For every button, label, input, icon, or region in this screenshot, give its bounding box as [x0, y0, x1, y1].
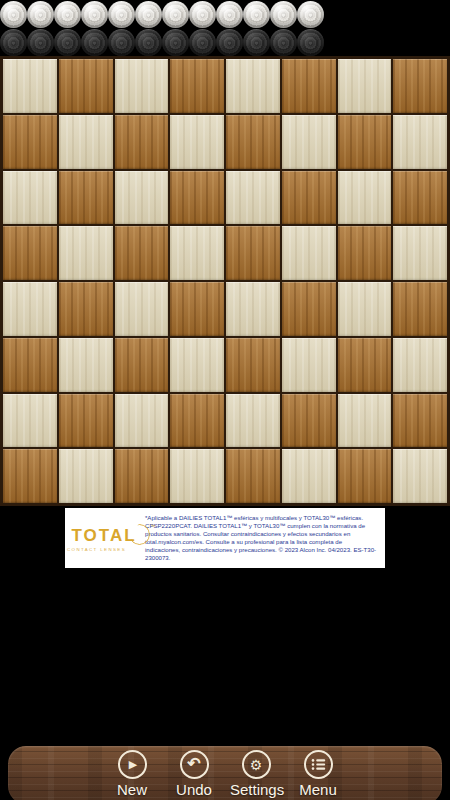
- board-square-b6[interactable]: [59, 171, 113, 225]
- bottom-toolbar: ▶ New ↶ Undo ⚙ Settings: [8, 746, 442, 800]
- board-square-c1[interactable]: [115, 449, 169, 503]
- board-square-f6[interactable]: [282, 171, 336, 225]
- board-square-g3[interactable]: [338, 338, 392, 392]
- board-square-a7[interactable]: [3, 115, 57, 169]
- ad-disclaimer-text: *Aplicable a DAILIES TOTAL1™ esféricas y…: [143, 510, 385, 567]
- board-square-d1[interactable]: [170, 449, 224, 503]
- board-square-e4[interactable]: [226, 282, 280, 336]
- board-square-g1[interactable]: [338, 449, 392, 503]
- white-checker-piece: [135, 1, 162, 28]
- black-checker-piece: [162, 29, 189, 56]
- black-checker-piece: [27, 29, 54, 56]
- gear-icon: ⚙: [242, 750, 271, 779]
- white-checker-piece: [54, 1, 81, 28]
- board-square-b8[interactable]: [59, 59, 113, 113]
- board-square-h6[interactable]: [393, 171, 447, 225]
- board-square-a4[interactable]: [3, 282, 57, 336]
- white-checker-piece: [216, 1, 243, 28]
- board-square-f8[interactable]: [282, 59, 336, 113]
- undo-icon: ↶: [180, 750, 209, 779]
- white-checker-piece: [108, 1, 135, 28]
- undo-button[interactable]: ↶ Undo: [168, 750, 220, 798]
- board-square-f1[interactable]: [282, 449, 336, 503]
- board-square-a5[interactable]: [3, 226, 57, 280]
- board-square-e8[interactable]: [226, 59, 280, 113]
- menu-button-label: Menu: [292, 781, 344, 798]
- board-square-b3[interactable]: [59, 338, 113, 392]
- black-checker-piece: [54, 29, 81, 56]
- new-game-button[interactable]: ▶ New: [106, 750, 158, 798]
- black-checker-piece: [81, 29, 108, 56]
- white-pieces-tray: [0, 1, 324, 28]
- board-square-c3[interactable]: [115, 338, 169, 392]
- settings-button-label: Settings: [230, 781, 282, 798]
- white-checker-piece: [189, 1, 216, 28]
- board-square-e1[interactable]: [226, 449, 280, 503]
- board-square-c2[interactable]: [115, 394, 169, 448]
- board-square-c6[interactable]: [115, 171, 169, 225]
- board-square-c4[interactable]: [115, 282, 169, 336]
- total-logo-circle: [129, 524, 150, 545]
- board-square-b2[interactable]: [59, 394, 113, 448]
- menu-list-icon: [304, 750, 333, 779]
- board-square-g6[interactable]: [338, 171, 392, 225]
- total-logo-text: TOTAL: [71, 526, 136, 545]
- play-icon: ▶: [118, 750, 147, 779]
- board-square-e2[interactable]: [226, 394, 280, 448]
- board-square-b5[interactable]: [59, 226, 113, 280]
- board-square-d4[interactable]: [170, 282, 224, 336]
- board-square-c5[interactable]: [115, 226, 169, 280]
- board-square-d3[interactable]: [170, 338, 224, 392]
- menu-button[interactable]: Menu: [292, 750, 344, 798]
- undo-button-label: Undo: [168, 781, 220, 798]
- black-checker-piece: [216, 29, 243, 56]
- board-square-d2[interactable]: [170, 394, 224, 448]
- black-checker-piece: [297, 29, 324, 56]
- board-square-h7[interactable]: [393, 115, 447, 169]
- board-square-d5[interactable]: [170, 226, 224, 280]
- board-square-a6[interactable]: [3, 171, 57, 225]
- black-checker-piece: [270, 29, 297, 56]
- board-square-a3[interactable]: [3, 338, 57, 392]
- board-square-e6[interactable]: [226, 171, 280, 225]
- board-square-g4[interactable]: [338, 282, 392, 336]
- board-square-a2[interactable]: [3, 394, 57, 448]
- board-square-d8[interactable]: [170, 59, 224, 113]
- white-checker-piece: [243, 1, 270, 28]
- board-square-b1[interactable]: [59, 449, 113, 503]
- board-square-g7[interactable]: [338, 115, 392, 169]
- board-square-g5[interactable]: [338, 226, 392, 280]
- white-checker-piece: [297, 1, 324, 28]
- board-square-h4[interactable]: [393, 282, 447, 336]
- board-square-d6[interactable]: [170, 171, 224, 225]
- checkers-board: [0, 56, 450, 506]
- board-square-e7[interactable]: [226, 115, 280, 169]
- settings-button[interactable]: ⚙ Settings: [230, 750, 282, 798]
- black-pieces-tray: [0, 29, 324, 56]
- board-square-h8[interactable]: [393, 59, 447, 113]
- board-square-b4[interactable]: [59, 282, 113, 336]
- board-square-g8[interactable]: [338, 59, 392, 113]
- black-checker-piece: [243, 29, 270, 56]
- board-square-h2[interactable]: [393, 394, 447, 448]
- white-checker-piece: [0, 1, 27, 28]
- board-square-f2[interactable]: [282, 394, 336, 448]
- board-square-h3[interactable]: [393, 338, 447, 392]
- board-square-g2[interactable]: [338, 394, 392, 448]
- total-logo-subtitle: CONTACT LENSES: [65, 547, 143, 552]
- board-square-c8[interactable]: [115, 59, 169, 113]
- board-square-a8[interactable]: [3, 59, 57, 113]
- white-checker-piece: [81, 1, 108, 28]
- board-square-d7[interactable]: [170, 115, 224, 169]
- ad-banner[interactable]: TOTAL ™ CONTACT LENSES *Aplicable a DAIL…: [65, 508, 385, 568]
- board-square-f4[interactable]: [282, 282, 336, 336]
- board-square-f7[interactable]: [282, 115, 336, 169]
- white-checker-piece: [270, 1, 297, 28]
- total-logo: TOTAL ™ CONTACT LENSES: [65, 525, 143, 552]
- black-checker-piece: [189, 29, 216, 56]
- board-square-b7[interactable]: [59, 115, 113, 169]
- board-square-e3[interactable]: [226, 338, 280, 392]
- new-button-label: New: [106, 781, 158, 798]
- board-square-e5[interactable]: [226, 226, 280, 280]
- board-square-f3[interactable]: [282, 338, 336, 392]
- black-checker-piece: [108, 29, 135, 56]
- black-checker-piece: [135, 29, 162, 56]
- trademark-symbol: ™: [151, 523, 156, 529]
- board-square-c7[interactable]: [115, 115, 169, 169]
- toolbar-buttons-row: ▶ New ↶ Undo ⚙ Settings: [8, 750, 442, 798]
- white-checker-piece: [27, 1, 54, 28]
- white-checker-piece: [162, 1, 189, 28]
- board-square-h1[interactable]: [393, 449, 447, 503]
- black-checker-piece: [0, 29, 27, 56]
- board-square-a1[interactable]: [3, 449, 57, 503]
- board-square-f5[interactable]: [282, 226, 336, 280]
- board-square-h5[interactable]: [393, 226, 447, 280]
